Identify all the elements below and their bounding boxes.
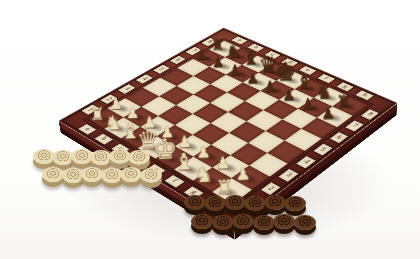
chess-set-product-photo: abcdefgh abcdefgh 87654321 87654321 ♜♞♝♛… — [0, 0, 420, 259]
black-pawn: ♟ — [313, 105, 342, 122]
board-scene: abcdefgh abcdefgh 87654321 87654321 ♜♞♝♛… — [102, 0, 354, 238]
white-rook: ♜ — [207, 177, 240, 198]
